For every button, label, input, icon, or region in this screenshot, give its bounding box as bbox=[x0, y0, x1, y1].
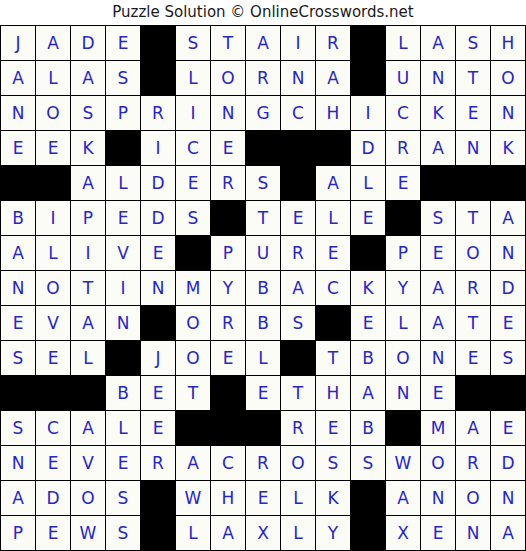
black-cell bbox=[211, 411, 245, 445]
letter-cell: R bbox=[141, 96, 175, 130]
letter-cell: E bbox=[246, 481, 280, 515]
letter-cell: W bbox=[386, 446, 420, 480]
letter-cell: M bbox=[421, 411, 455, 445]
black-cell bbox=[141, 481, 175, 515]
letter-cell: N bbox=[211, 96, 245, 130]
letter-cell: A bbox=[491, 201, 525, 235]
letter-cell: P bbox=[1, 516, 35, 550]
black-cell bbox=[141, 61, 175, 95]
letter-cell: K bbox=[421, 96, 455, 130]
letter-cell: A bbox=[71, 61, 105, 95]
letter-cell: T bbox=[316, 341, 350, 375]
letter-cell: A bbox=[491, 516, 525, 550]
letter-cell: S bbox=[176, 26, 210, 60]
letter-cell: S bbox=[246, 166, 280, 200]
letter-cell: V bbox=[106, 236, 140, 270]
letter-cell: S bbox=[351, 446, 385, 480]
letter-cell: E bbox=[36, 131, 70, 165]
letter-cell: T bbox=[456, 306, 490, 340]
letter-cell: E bbox=[456, 96, 490, 130]
letter-cell: K bbox=[351, 271, 385, 305]
black-cell bbox=[421, 166, 455, 200]
black-cell bbox=[1, 376, 35, 410]
letter-cell: C bbox=[386, 96, 420, 130]
letter-cell: A bbox=[71, 166, 105, 200]
puzzle-solution-page: Puzzle Solution © OnlineCrosswords.net J… bbox=[0, 0, 526, 551]
letter-cell: N bbox=[456, 516, 490, 550]
letter-cell: Y bbox=[211, 271, 245, 305]
letter-cell: L bbox=[71, 341, 105, 375]
black-cell bbox=[281, 166, 315, 200]
black-cell bbox=[386, 411, 420, 445]
letter-cell: C bbox=[211, 446, 245, 480]
letter-cell: A bbox=[421, 306, 455, 340]
letter-cell: S bbox=[316, 446, 350, 480]
letter-cell: Y bbox=[316, 516, 350, 550]
letter-cell: L bbox=[386, 26, 420, 60]
letter-cell: E bbox=[106, 26, 140, 60]
letter-cell: O bbox=[71, 481, 105, 515]
letter-cell: S bbox=[106, 61, 140, 95]
letter-cell: A bbox=[1, 61, 35, 95]
letter-cell: N bbox=[1, 96, 35, 130]
letter-cell: E bbox=[316, 236, 350, 270]
letter-cell: A bbox=[351, 376, 385, 410]
letter-cell: R bbox=[281, 236, 315, 270]
black-cell bbox=[71, 376, 105, 410]
letter-cell: E bbox=[106, 446, 140, 480]
letter-cell: E bbox=[421, 516, 455, 550]
black-cell bbox=[456, 376, 490, 410]
letter-cell: C bbox=[176, 131, 210, 165]
letter-cell: R bbox=[246, 61, 280, 95]
letter-cell: N bbox=[106, 306, 140, 340]
letter-cell: E bbox=[176, 166, 210, 200]
black-cell bbox=[211, 201, 245, 235]
letter-cell: R bbox=[211, 306, 245, 340]
letter-cell: A bbox=[1, 236, 35, 270]
letter-cell: R bbox=[456, 446, 490, 480]
letter-cell: D bbox=[36, 481, 70, 515]
letter-cell: D bbox=[141, 201, 175, 235]
black-cell bbox=[456, 166, 490, 200]
letter-cell: H bbox=[491, 26, 525, 60]
letter-cell: E bbox=[386, 166, 420, 200]
black-cell bbox=[386, 201, 420, 235]
letter-cell: E bbox=[36, 516, 70, 550]
black-cell bbox=[246, 131, 280, 165]
letter-cell: P bbox=[211, 236, 245, 270]
letter-cell: A bbox=[211, 516, 245, 550]
letter-cell: N bbox=[421, 341, 455, 375]
letter-cell: C bbox=[281, 96, 315, 130]
letter-cell: S bbox=[421, 201, 455, 235]
letter-cell: K bbox=[316, 481, 350, 515]
letter-cell: I bbox=[106, 271, 140, 305]
letter-cell: I bbox=[36, 201, 70, 235]
letter-cell: A bbox=[421, 26, 455, 60]
letter-cell: R bbox=[211, 166, 245, 200]
letter-cell: K bbox=[71, 131, 105, 165]
letter-cell: E bbox=[351, 201, 385, 235]
letter-cell: A bbox=[71, 306, 105, 340]
letter-cell: O bbox=[36, 271, 70, 305]
letter-cell: N bbox=[1, 446, 35, 480]
letter-cell: S bbox=[456, 26, 490, 60]
letter-cell: L bbox=[176, 61, 210, 95]
letter-cell: E bbox=[211, 131, 245, 165]
letter-cell: E bbox=[456, 341, 490, 375]
black-cell bbox=[141, 26, 175, 60]
letter-cell: V bbox=[71, 446, 105, 480]
letter-cell: I bbox=[141, 131, 175, 165]
letter-cell: S bbox=[1, 411, 35, 445]
black-cell bbox=[176, 236, 210, 270]
letter-cell: O bbox=[211, 61, 245, 95]
letter-cell: A bbox=[246, 26, 280, 60]
letter-cell: H bbox=[316, 96, 350, 130]
letter-cell: R bbox=[246, 446, 280, 480]
letter-cell: E bbox=[351, 306, 385, 340]
letter-cell: E bbox=[246, 376, 280, 410]
letter-cell: O bbox=[36, 96, 70, 130]
letter-cell: N bbox=[141, 271, 175, 305]
black-cell bbox=[281, 341, 315, 375]
letter-cell: T bbox=[281, 376, 315, 410]
letter-cell: E bbox=[421, 236, 455, 270]
letter-cell: N bbox=[421, 61, 455, 95]
letter-cell: J bbox=[141, 341, 175, 375]
letter-cell: U bbox=[386, 61, 420, 95]
letter-cell: W bbox=[176, 481, 210, 515]
letter-cell: S bbox=[491, 341, 525, 375]
letter-cell: A bbox=[316, 166, 350, 200]
letter-cell: N bbox=[421, 481, 455, 515]
black-cell bbox=[351, 61, 385, 95]
letter-cell: E bbox=[491, 306, 525, 340]
letter-cell: S bbox=[176, 201, 210, 235]
letter-cell: O bbox=[456, 236, 490, 270]
black-cell bbox=[281, 131, 315, 165]
letter-cell: N bbox=[386, 376, 420, 410]
letter-cell: D bbox=[491, 446, 525, 480]
letter-cell: V bbox=[36, 306, 70, 340]
black-cell bbox=[491, 166, 525, 200]
letter-cell: L bbox=[36, 61, 70, 95]
black-cell bbox=[316, 306, 350, 340]
letter-cell: J bbox=[1, 26, 35, 60]
letter-cell: I bbox=[176, 96, 210, 130]
letter-cell: E bbox=[316, 411, 350, 445]
letter-cell: B bbox=[351, 341, 385, 375]
black-cell bbox=[491, 376, 525, 410]
letter-cell: O bbox=[176, 306, 210, 340]
letter-cell: E bbox=[141, 236, 175, 270]
letter-cell: T bbox=[456, 201, 490, 235]
letter-cell: E bbox=[1, 131, 35, 165]
letter-cell: N bbox=[491, 481, 525, 515]
letter-cell: N bbox=[1, 271, 35, 305]
black-cell bbox=[141, 306, 175, 340]
letter-cell: T bbox=[456, 61, 490, 95]
letter-cell: E bbox=[36, 341, 70, 375]
letter-cell: L bbox=[106, 166, 140, 200]
letter-cell: W bbox=[71, 516, 105, 550]
letter-cell: L bbox=[351, 166, 385, 200]
letter-cell: A bbox=[71, 411, 105, 445]
black-cell bbox=[246, 411, 280, 445]
letter-cell: A bbox=[386, 481, 420, 515]
letter-cell: A bbox=[456, 411, 490, 445]
letter-cell: L bbox=[106, 411, 140, 445]
letter-cell: A bbox=[36, 26, 70, 60]
black-cell bbox=[106, 341, 140, 375]
black-cell bbox=[351, 481, 385, 515]
letter-cell: E bbox=[1, 306, 35, 340]
letter-cell: S bbox=[281, 306, 315, 340]
letter-cell: E bbox=[281, 201, 315, 235]
letter-cell: A bbox=[421, 131, 455, 165]
letter-cell: A bbox=[281, 271, 315, 305]
letter-cell: E bbox=[141, 376, 175, 410]
letter-cell: L bbox=[281, 481, 315, 515]
letter-cell: H bbox=[316, 376, 350, 410]
letter-cell: D bbox=[351, 131, 385, 165]
letter-cell: S bbox=[106, 516, 140, 550]
letter-cell: H bbox=[211, 481, 245, 515]
black-cell bbox=[351, 26, 385, 60]
letter-cell: D bbox=[71, 26, 105, 60]
black-cell bbox=[176, 411, 210, 445]
letter-cell: R bbox=[316, 26, 350, 60]
letter-cell: R bbox=[456, 271, 490, 305]
letter-cell: S bbox=[106, 481, 140, 515]
letter-cell: O bbox=[456, 481, 490, 515]
letter-cell: L bbox=[36, 236, 70, 270]
letter-cell: E bbox=[421, 376, 455, 410]
black-cell bbox=[351, 236, 385, 270]
letter-cell: N bbox=[491, 96, 525, 130]
black-cell bbox=[211, 376, 245, 410]
letter-cell: B bbox=[246, 271, 280, 305]
letter-cell: R bbox=[141, 446, 175, 480]
letter-cell: T bbox=[71, 271, 105, 305]
letter-cell: R bbox=[386, 131, 420, 165]
letter-cell: D bbox=[141, 166, 175, 200]
letter-cell: I bbox=[351, 96, 385, 130]
letter-cell: I bbox=[281, 26, 315, 60]
letter-cell: B bbox=[246, 306, 280, 340]
letter-cell: C bbox=[36, 411, 70, 445]
letter-cell: G bbox=[246, 96, 280, 130]
letter-cell: P bbox=[386, 236, 420, 270]
letter-cell: E bbox=[36, 446, 70, 480]
black-cell bbox=[36, 166, 70, 200]
letter-cell: O bbox=[176, 341, 210, 375]
letter-cell: T bbox=[176, 376, 210, 410]
letter-cell: B bbox=[106, 376, 140, 410]
crossword-grid: JADESTAIRLASHALASLORNAUNTONOSPRINGCHICKE… bbox=[0, 25, 526, 551]
letter-cell: O bbox=[281, 446, 315, 480]
letter-cell: T bbox=[211, 26, 245, 60]
letter-cell: A bbox=[1, 481, 35, 515]
letter-cell: B bbox=[351, 411, 385, 445]
letter-cell: Y bbox=[386, 271, 420, 305]
letter-cell: K bbox=[491, 131, 525, 165]
letter-cell: L bbox=[246, 341, 280, 375]
black-cell bbox=[36, 376, 70, 410]
letter-cell: X bbox=[386, 516, 420, 550]
letter-cell: P bbox=[106, 96, 140, 130]
letter-cell: E bbox=[211, 341, 245, 375]
letter-cell: U bbox=[246, 236, 280, 270]
letter-cell: O bbox=[386, 341, 420, 375]
letter-cell: S bbox=[71, 96, 105, 130]
black-cell bbox=[1, 166, 35, 200]
letter-cell: E bbox=[106, 201, 140, 235]
letter-cell: N bbox=[456, 131, 490, 165]
letter-cell: L bbox=[176, 516, 210, 550]
letter-cell: B bbox=[1, 201, 35, 235]
page-title: Puzzle Solution © OnlineCrosswords.net bbox=[0, 0, 526, 25]
letter-cell: N bbox=[281, 61, 315, 95]
letter-cell: E bbox=[491, 411, 525, 445]
letter-cell: L bbox=[281, 516, 315, 550]
letter-cell: D bbox=[491, 271, 525, 305]
black-cell bbox=[351, 516, 385, 550]
letter-cell: I bbox=[71, 236, 105, 270]
letter-cell: L bbox=[316, 201, 350, 235]
letter-cell: C bbox=[316, 271, 350, 305]
letter-cell: N bbox=[491, 236, 525, 270]
letter-cell: A bbox=[421, 271, 455, 305]
black-cell bbox=[316, 131, 350, 165]
letter-cell: A bbox=[176, 446, 210, 480]
letter-cell: R bbox=[281, 411, 315, 445]
letter-cell: P bbox=[71, 201, 105, 235]
letter-cell: T bbox=[246, 201, 280, 235]
letter-cell: X bbox=[246, 516, 280, 550]
letter-cell: O bbox=[491, 61, 525, 95]
letter-cell: M bbox=[176, 271, 210, 305]
letter-cell: S bbox=[1, 341, 35, 375]
letter-cell: O bbox=[421, 446, 455, 480]
letter-cell: E bbox=[141, 411, 175, 445]
letter-cell: L bbox=[386, 306, 420, 340]
letter-cell: A bbox=[316, 61, 350, 95]
black-cell bbox=[141, 516, 175, 550]
black-cell bbox=[106, 131, 140, 165]
